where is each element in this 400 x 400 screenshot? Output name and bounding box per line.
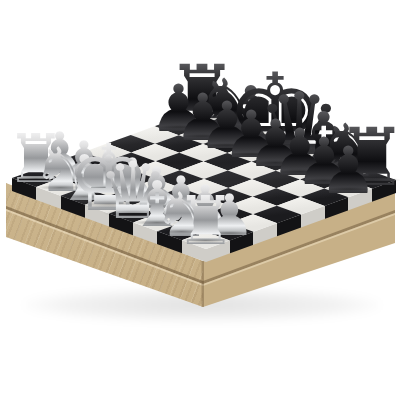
chess-set-product-photo: ♜♞♝♚♛♝♞♜♟♟♟♟♟♟♟♟♟♟♟♟♟♟♟♟♜♞♝♚♛♝♞♜ bbox=[0, 0, 400, 400]
